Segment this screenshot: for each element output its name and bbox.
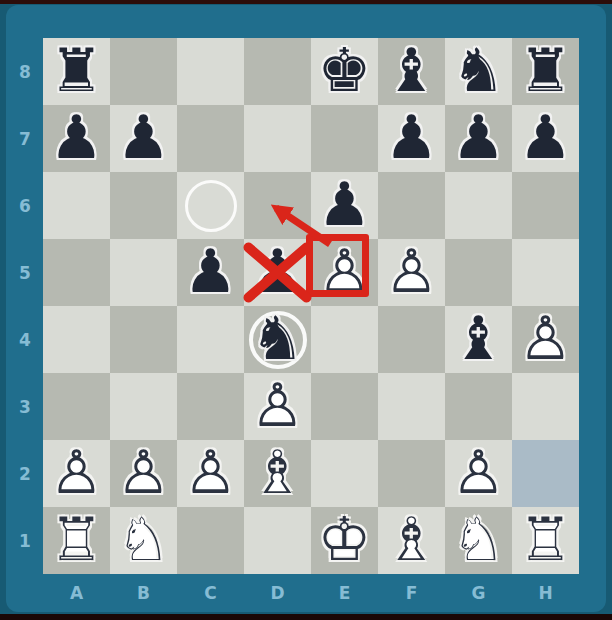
rank-label-7: 7 [19, 129, 31, 149]
file-label-d: D [270, 583, 284, 603]
square-a4[interactable] [43, 306, 110, 373]
square-g4[interactable]: ♝ [445, 306, 512, 373]
square-h8[interactable]: ♜ [512, 38, 579, 105]
square-b3[interactable] [110, 373, 177, 440]
square-d8[interactable] [244, 38, 311, 105]
square-c3[interactable] [177, 373, 244, 440]
square-g2[interactable]: ♟ [445, 440, 512, 507]
square-h3[interactable] [512, 373, 579, 440]
square-h1[interactable]: ♜ [512, 507, 579, 574]
white-rook[interactable]: ♜ [43, 507, 110, 574]
square-b7[interactable]: ♟ [110, 105, 177, 172]
square-g3[interactable] [445, 373, 512, 440]
black-knight[interactable]: ♞ [244, 306, 311, 373]
rank-label-3: 3 [19, 397, 31, 417]
white-bishop[interactable]: ♝ [378, 507, 445, 574]
move-target-circle [185, 180, 237, 232]
white-pawn[interactable]: ♟ [244, 373, 311, 440]
square-d5[interactable]: ♟ [244, 239, 311, 306]
black-pawn[interactable]: ♟ [378, 105, 445, 172]
black-knight[interactable]: ♞ [445, 38, 512, 105]
square-d2[interactable]: ♝ [244, 440, 311, 507]
file-label-e: E [339, 583, 351, 603]
square-a3[interactable] [43, 373, 110, 440]
letterbox-top [0, 0, 612, 4]
white-pawn[interactable]: ♟ [378, 239, 445, 306]
rank-label-8: 8 [19, 62, 31, 82]
file-label-f: F [406, 583, 418, 603]
white-knight[interactable]: ♞ [110, 507, 177, 574]
black-bishop[interactable]: ♝ [378, 38, 445, 105]
rank-label-4: 4 [19, 330, 31, 350]
square-e2[interactable] [311, 440, 378, 507]
square-c7[interactable] [177, 105, 244, 172]
square-g1[interactable]: ♞ [445, 507, 512, 574]
square-a5[interactable] [43, 239, 110, 306]
square-b8[interactable] [110, 38, 177, 105]
white-king[interactable]: ♚ [311, 507, 378, 574]
square-a6[interactable] [43, 172, 110, 239]
square-e3[interactable] [311, 373, 378, 440]
white-pawn[interactable]: ♟ [110, 440, 177, 507]
square-a2[interactable]: ♟ [43, 440, 110, 507]
square-a7[interactable]: ♟ [43, 105, 110, 172]
black-pawn[interactable]: ♟ [311, 172, 378, 239]
square-f3[interactable] [378, 373, 445, 440]
file-label-g: G [472, 583, 486, 603]
video-frame: 87654321ABCDEFGH ♜♚♝♞♜♟♟♟♟♟♟♟♟♟♟♞♝♟♟♟♟♟♝… [0, 0, 612, 620]
square-e8[interactable]: ♚ [311, 38, 378, 105]
square-f7[interactable]: ♟ [378, 105, 445, 172]
square-c2[interactable]: ♟ [177, 440, 244, 507]
square-f6[interactable] [378, 172, 445, 239]
black-pawn[interactable]: ♟ [445, 105, 512, 172]
square-e4[interactable] [311, 306, 378, 373]
square-h6[interactable] [512, 172, 579, 239]
square-c4[interactable] [177, 306, 244, 373]
square-h5[interactable] [512, 239, 579, 306]
rank-label-1: 1 [19, 531, 31, 551]
square-g7[interactable]: ♟ [445, 105, 512, 172]
file-label-b: B [137, 583, 150, 603]
chess-board[interactable]: ♜♚♝♞♜♟♟♟♟♟♟♟♟♟♟♞♝♟♟♟♟♟♝♟♜♞♚♝♞♜ [43, 38, 579, 574]
black-pawn[interactable]: ♟ [110, 105, 177, 172]
letterbox-bottom [0, 614, 612, 620]
square-d3[interactable]: ♟ [244, 373, 311, 440]
square-e6[interactable]: ♟ [311, 172, 378, 239]
rank-label-5: 5 [19, 263, 31, 283]
square-b4[interactable] [110, 306, 177, 373]
square-b5[interactable] [110, 239, 177, 306]
square-b2[interactable]: ♟ [110, 440, 177, 507]
square-c8[interactable] [177, 38, 244, 105]
square-f1[interactable]: ♝ [378, 507, 445, 574]
white-knight[interactable]: ♞ [445, 507, 512, 574]
square-g5[interactable] [445, 239, 512, 306]
square-h7[interactable]: ♟ [512, 105, 579, 172]
black-rook[interactable]: ♜ [43, 38, 110, 105]
square-a8[interactable]: ♜ [43, 38, 110, 105]
square-d6[interactable] [244, 172, 311, 239]
black-pawn[interactable]: ♟ [43, 105, 110, 172]
square-g8[interactable]: ♞ [445, 38, 512, 105]
rank-label-6: 6 [19, 196, 31, 216]
black-pawn[interactable]: ♟ [244, 239, 311, 306]
square-c5[interactable]: ♟ [177, 239, 244, 306]
black-rook[interactable]: ♜ [512, 38, 579, 105]
square-h4[interactable]: ♟ [512, 306, 579, 373]
square-a1[interactable]: ♜ [43, 507, 110, 574]
square-b6[interactable] [110, 172, 177, 239]
red-highlight-box [306, 234, 369, 297]
square-h2[interactable] [512, 440, 579, 507]
black-bishop[interactable]: ♝ [445, 306, 512, 373]
white-pawn[interactable]: ♟ [512, 306, 579, 373]
rank-label-2: 2 [19, 464, 31, 484]
black-pawn[interactable]: ♟ [512, 105, 579, 172]
square-e7[interactable] [311, 105, 378, 172]
square-g6[interactable] [445, 172, 512, 239]
square-f8[interactable]: ♝ [378, 38, 445, 105]
square-d7[interactable] [244, 105, 311, 172]
square-f5[interactable]: ♟ [378, 239, 445, 306]
file-label-h: H [538, 583, 552, 603]
square-f4[interactable] [378, 306, 445, 373]
file-label-c: C [204, 583, 216, 603]
square-f2[interactable] [378, 440, 445, 507]
square-e1[interactable]: ♚ [311, 507, 378, 574]
white-pawn[interactable]: ♟ [43, 440, 110, 507]
square-c1[interactable] [177, 507, 244, 574]
white-pawn[interactable]: ♟ [445, 440, 512, 507]
white-rook[interactable]: ♜ [512, 507, 579, 574]
black-pawn[interactable]: ♟ [177, 239, 244, 306]
square-d1[interactable] [244, 507, 311, 574]
square-b1[interactable]: ♞ [110, 507, 177, 574]
file-label-a: A [70, 583, 83, 603]
square-d4[interactable]: ♞ [244, 306, 311, 373]
white-bishop[interactable]: ♝ [244, 440, 311, 507]
white-pawn[interactable]: ♟ [177, 440, 244, 507]
black-king[interactable]: ♚ [311, 38, 378, 105]
